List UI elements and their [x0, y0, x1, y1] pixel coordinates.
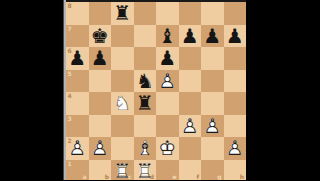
- piece-black-king[interactable]: ♚: [89, 25, 112, 48]
- square-h6[interactable]: [224, 47, 247, 70]
- square-b8[interactable]: [89, 2, 112, 25]
- square-h1[interactable]: h: [224, 160, 247, 181]
- square-f1[interactable]: f: [179, 160, 202, 181]
- piece-white-pawn[interactable]: ♟♙: [66, 137, 89, 160]
- piece-black-pawn[interactable]: ♟: [179, 25, 202, 48]
- square-g3[interactable]: ♟♙: [201, 115, 224, 138]
- piece-black-pawn[interactable]: ♟: [224, 25, 247, 48]
- square-h8[interactable]: [224, 2, 247, 25]
- file-label-g: g: [217, 174, 221, 180]
- square-c6[interactable]: [111, 47, 134, 70]
- square-d2[interactable]: ♝♗: [134, 137, 157, 160]
- piece-white-knight[interactable]: ♞♘: [111, 92, 134, 115]
- square-a4[interactable]: 4: [66, 92, 89, 115]
- rank-label-3: 3: [68, 116, 72, 122]
- piece-black-knight[interactable]: ♞: [134, 70, 157, 93]
- square-e3[interactable]: [156, 115, 179, 138]
- square-d8[interactable]: [134, 2, 157, 25]
- chess-board: 8♜7♚♝♟♟♟6♟♟♟5♞♟♙4♞♘♜3♟♙♟♙2♟♙♟♙♝♗♚♔♟♙1abc…: [66, 2, 246, 180]
- square-d4[interactable]: ♜: [134, 92, 157, 115]
- square-f4[interactable]: [179, 92, 202, 115]
- square-c7[interactable]: [111, 25, 134, 48]
- piece-black-bishop[interactable]: ♝: [156, 25, 179, 48]
- square-g8[interactable]: [201, 2, 224, 25]
- square-g5[interactable]: [201, 70, 224, 93]
- square-f5[interactable]: [179, 70, 202, 93]
- square-d1[interactable]: d♜♖: [134, 160, 157, 181]
- rank-label-5: 5: [68, 71, 72, 77]
- piece-white-pawn[interactable]: ♟♙: [89, 137, 112, 160]
- square-b4[interactable]: [89, 92, 112, 115]
- pawn-outline-glyph: ♙: [156, 69, 179, 92]
- square-c1[interactable]: c♜♖: [111, 160, 134, 181]
- rook-outline-glyph: ♖: [111, 159, 134, 180]
- square-h4[interactable]: [224, 92, 247, 115]
- square-d6[interactable]: [134, 47, 157, 70]
- piece-white-rook[interactable]: ♜♖: [111, 160, 134, 181]
- square-c8[interactable]: ♜: [111, 2, 134, 25]
- square-b6[interactable]: ♟: [89, 47, 112, 70]
- piece-white-rook[interactable]: ♜♖: [134, 160, 157, 181]
- piece-black-pawn[interactable]: ♟: [156, 47, 179, 70]
- square-e4[interactable]: [156, 92, 179, 115]
- square-h5[interactable]: [224, 70, 247, 93]
- piece-black-pawn[interactable]: ♟: [66, 47, 89, 70]
- square-e5[interactable]: ♟♙: [156, 70, 179, 93]
- square-b5[interactable]: [89, 70, 112, 93]
- square-a1[interactable]: 1a: [66, 160, 89, 181]
- square-c4[interactable]: ♞♘: [111, 92, 134, 115]
- piece-white-king[interactable]: ♚♔: [156, 137, 179, 160]
- square-f2[interactable]: [179, 137, 202, 160]
- square-h3[interactable]: [224, 115, 247, 138]
- rank-label-1: 1: [68, 161, 72, 167]
- square-c2[interactable]: [111, 137, 134, 160]
- square-a7[interactable]: 7: [66, 25, 89, 48]
- pawn-glyph: ♟: [156, 47, 179, 70]
- board-grid: 8♜7♚♝♟♟♟6♟♟♟5♞♟♙4♞♘♜3♟♙♟♙2♟♙♟♙♝♗♚♔♟♙1abc…: [66, 2, 246, 180]
- file-label-a: a: [82, 174, 86, 180]
- square-g7[interactable]: ♟: [201, 25, 224, 48]
- square-a5[interactable]: 5: [66, 70, 89, 93]
- file-label-f: f: [196, 174, 199, 180]
- square-c5[interactable]: [111, 70, 134, 93]
- pawn-outline-glyph: ♙: [89, 137, 112, 160]
- square-b1[interactable]: b: [89, 160, 112, 181]
- square-b2[interactable]: ♟♙: [89, 137, 112, 160]
- square-a8[interactable]: 8: [66, 2, 89, 25]
- piece-white-pawn[interactable]: ♟♙: [201, 115, 224, 138]
- square-b3[interactable]: [89, 115, 112, 138]
- pawn-glyph: ♟: [89, 47, 112, 70]
- square-a3[interactable]: 3: [66, 115, 89, 138]
- rank-label-7: 7: [68, 26, 72, 32]
- square-d5[interactable]: ♞: [134, 70, 157, 93]
- square-g4[interactable]: [201, 92, 224, 115]
- king-outline-glyph: ♔: [156, 137, 179, 160]
- square-e6[interactable]: ♟: [156, 47, 179, 70]
- rook-glyph: ♜: [134, 92, 157, 115]
- file-label-e: e: [172, 174, 176, 180]
- rank-label-8: 8: [68, 3, 72, 9]
- square-e2[interactable]: ♚♔: [156, 137, 179, 160]
- square-a6[interactable]: 6♟: [66, 47, 89, 70]
- square-c3[interactable]: [111, 115, 134, 138]
- app-background: 8♜7♚♝♟♟♟6♟♟♟5♞♟♙4♞♘♜3♟♙♟♙2♟♙♟♙♝♗♚♔♟♙1abc…: [0, 0, 320, 180]
- square-h2[interactable]: ♟♙: [224, 137, 247, 160]
- square-f7[interactable]: ♟: [179, 25, 202, 48]
- file-label-b: b: [105, 174, 109, 180]
- pawn-outline-glyph: ♙: [179, 114, 202, 137]
- piece-black-rook[interactable]: ♜: [111, 2, 134, 25]
- square-h7[interactable]: ♟: [224, 25, 247, 48]
- square-e1[interactable]: e: [156, 160, 179, 181]
- square-g2[interactable]: [201, 137, 224, 160]
- pawn-glyph: ♟: [179, 24, 202, 47]
- square-f8[interactable]: [179, 2, 202, 25]
- knight-glyph: ♞: [134, 69, 157, 92]
- square-g6[interactable]: [201, 47, 224, 70]
- piece-white-pawn[interactable]: ♟♙: [156, 70, 179, 93]
- rook-outline-glyph: ♖: [134, 159, 157, 180]
- square-e8[interactable]: [156, 2, 179, 25]
- square-f6[interactable]: [179, 47, 202, 70]
- pawn-outline-glyph: ♙: [201, 114, 224, 137]
- square-g1[interactable]: g: [201, 160, 224, 181]
- piece-white-pawn[interactable]: ♟♙: [224, 137, 247, 160]
- square-b7[interactable]: ♚: [89, 25, 112, 48]
- pawn-outline-glyph: ♙: [224, 137, 247, 160]
- bishop-outline-glyph: ♗: [134, 137, 157, 160]
- king-glyph: ♚: [89, 24, 112, 47]
- rank-label-4: 4: [68, 93, 72, 99]
- square-a2[interactable]: 2♟♙: [66, 137, 89, 160]
- piece-black-pawn[interactable]: ♟: [89, 47, 112, 70]
- square-d3[interactable]: [134, 115, 157, 138]
- pawn-glyph: ♟: [224, 24, 247, 47]
- square-f3[interactable]: ♟♙: [179, 115, 202, 138]
- piece-white-pawn[interactable]: ♟♙: [179, 115, 202, 138]
- square-d7[interactable]: [134, 25, 157, 48]
- square-e7[interactable]: ♝: [156, 25, 179, 48]
- pawn-glyph: ♟: [66, 47, 89, 70]
- pawn-outline-glyph: ♙: [66, 137, 89, 160]
- piece-black-rook[interactable]: ♜: [134, 92, 157, 115]
- pawn-glyph: ♟: [201, 24, 224, 47]
- bishop-glyph: ♝: [156, 24, 179, 47]
- piece-white-bishop[interactable]: ♝♗: [134, 137, 157, 160]
- knight-outline-glyph: ♘: [111, 92, 134, 115]
- rook-glyph: ♜: [111, 2, 134, 25]
- file-label-h: h: [240, 174, 244, 180]
- piece-black-pawn[interactable]: ♟: [201, 25, 224, 48]
